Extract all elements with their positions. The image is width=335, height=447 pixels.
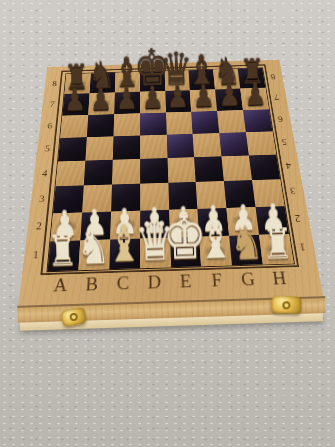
file-label-d: D [139, 271, 171, 298]
square-c5[interactable] [113, 135, 140, 159]
square-c6[interactable] [113, 113, 140, 136]
carpet-background: ♜♞♝♚♛♝♞♜♟♟♟♟♟♟♟♟♟♟♟♟♟♟♟♟♜♞♝♛♚♝♞♜ ABCDEFG… [0, 0, 335, 447]
rank-label-left-5: 5 [38, 137, 56, 161]
rank-label-right-4: 4 [279, 153, 299, 178]
black-pawn-a7[interactable]: ♟ [63, 86, 86, 115]
square-e7[interactable]: ♟ [165, 90, 191, 112]
square-d5[interactable] [140, 135, 167, 159]
rank-label-left-8: 8 [46, 74, 62, 95]
file-label-f: F [201, 269, 234, 296]
square-a4[interactable] [56, 161, 86, 187]
board-squares-grid: ♜♞♝♚♛♝♞♜♟♟♟♟♟♟♟♟♟♟♟♟♟♟♟♟♜♞♝♛♚♝♞♜ [46, 67, 294, 272]
square-b4[interactable] [84, 160, 113, 186]
square-d6[interactable] [140, 112, 167, 135]
file-label-a: A [44, 274, 77, 301]
rank-label-left-7: 7 [44, 94, 61, 116]
white-rook-h1[interactable]: ♜ [262, 223, 294, 263]
rank-label-left-4: 4 [35, 161, 53, 186]
square-h6[interactable] [243, 109, 272, 132]
board-scene: ♜♞♝♚♛♝♞♜♟♟♟♟♟♟♟♟♟♟♟♟♟♟♟♟♜♞♝♛♚♝♞♜ ABCDEFG… [0, 23, 335, 373]
rank-label-right-1: 1 [292, 232, 314, 262]
square-d4[interactable] [140, 158, 168, 184]
black-pawn-f7[interactable]: ♟ [192, 82, 215, 111]
white-knight-b1[interactable]: ♞ [76, 226, 111, 270]
square-a7[interactable]: ♟ [62, 93, 89, 115]
square-b6[interactable] [87, 114, 114, 137]
file-label-g: G [232, 268, 266, 295]
square-d7[interactable]: ♟ [140, 91, 166, 113]
rank-label-left-6: 6 [41, 115, 58, 138]
square-e5[interactable] [166, 134, 194, 158]
file-labels: ABCDEFGH [44, 267, 298, 301]
rank-label-right-3: 3 [283, 178, 304, 205]
square-a6[interactable] [60, 115, 88, 138]
square-b1[interactable]: ♞ [78, 239, 110, 270]
rank-label-left-1: 1 [25, 240, 45, 270]
square-b7[interactable]: ♟ [88, 93, 114, 115]
rank-label-right-2: 2 [287, 204, 308, 232]
rank-label-right-8: 8 [264, 67, 281, 87]
square-a5[interactable] [58, 137, 87, 161]
black-pawn-b7[interactable]: ♟ [89, 85, 112, 114]
black-pawn-d7[interactable]: ♟ [141, 83, 164, 112]
rank-label-right-6: 6 [271, 108, 290, 131]
file-label-c: C [107, 272, 139, 299]
rank-label-right-5: 5 [275, 130, 294, 154]
rank-label-left-3: 3 [32, 186, 51, 213]
square-g1[interactable]: ♞ [229, 235, 263, 266]
square-f5[interactable] [193, 133, 222, 157]
black-pawn-c7[interactable]: ♟ [115, 84, 138, 113]
square-h1[interactable]: ♜ [259, 234, 294, 265]
square-g5[interactable] [219, 132, 249, 156]
square-g7[interactable]: ♟ [215, 89, 243, 111]
black-pawn-g7[interactable]: ♟ [218, 81, 241, 110]
white-knight-g1[interactable]: ♞ [230, 221, 265, 265]
rank-label-right-7: 7 [268, 87, 286, 108]
square-h5[interactable] [246, 131, 276, 155]
black-pawn-h7[interactable]: ♟ [244, 80, 267, 109]
white-queen-d1[interactable]: ♛ [134, 215, 176, 268]
square-h7[interactable]: ♟ [240, 88, 269, 110]
square-h4[interactable] [249, 155, 280, 181]
square-a1[interactable]: ♜ [48, 240, 81, 271]
file-label-b: B [75, 273, 108, 300]
square-d1[interactable]: ♛ [140, 237, 171, 268]
square-e4[interactable] [167, 157, 196, 183]
black-pawn-e7[interactable]: ♟ [167, 83, 190, 112]
square-g6[interactable] [217, 110, 246, 133]
white-rook-a1[interactable]: ♜ [47, 230, 79, 270]
file-label-h: H [263, 267, 298, 294]
square-f6[interactable] [191, 111, 219, 134]
file-label-e: E [170, 270, 203, 297]
square-e6[interactable] [166, 111, 193, 134]
square-b5[interactable] [85, 136, 113, 160]
square-c7[interactable]: ♟ [114, 92, 140, 114]
square-f4[interactable] [194, 156, 224, 182]
square-f7[interactable]: ♟ [190, 90, 217, 112]
square-c4[interactable] [112, 159, 140, 185]
square-g4[interactable] [222, 155, 252, 181]
brass-clasp-right [271, 296, 302, 314]
chess-board: ♜♞♝♚♛♝♞♜♟♟♟♟♟♟♟♟♟♟♟♟♟♟♟♟♜♞♝♛♚♝♞♜ ABCDEFG… [18, 60, 323, 306]
